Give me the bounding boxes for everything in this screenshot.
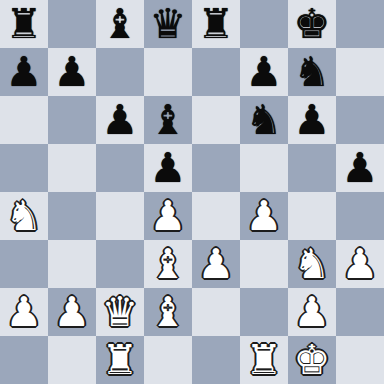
square-d4[interactable]: ♟: [144, 192, 192, 240]
square-a7[interactable]: ♟: [0, 48, 48, 96]
piece-white-rook[interactable]: ♜: [246, 336, 283, 384]
square-e8[interactable]: ♜: [192, 0, 240, 48]
square-h8[interactable]: [336, 0, 384, 48]
piece-black-pawn[interactable]: ♟: [150, 144, 187, 192]
square-f5[interactable]: [240, 144, 288, 192]
square-b6[interactable]: [48, 96, 96, 144]
square-a4[interactable]: ♞: [0, 192, 48, 240]
square-a3[interactable]: [0, 240, 48, 288]
square-c1[interactable]: ♜: [96, 336, 144, 384]
piece-black-bishop[interactable]: ♝: [150, 96, 187, 144]
square-b7[interactable]: ♟: [48, 48, 96, 96]
square-h2[interactable]: [336, 288, 384, 336]
square-d6[interactable]: ♝: [144, 96, 192, 144]
piece-black-pawn[interactable]: ♟: [294, 96, 331, 144]
square-g7[interactable]: ♞: [288, 48, 336, 96]
piece-black-pawn[interactable]: ♟: [54, 48, 91, 96]
square-d3[interactable]: ♝: [144, 240, 192, 288]
square-f2[interactable]: [240, 288, 288, 336]
piece-black-pawn[interactable]: ♟: [246, 48, 283, 96]
piece-white-pawn[interactable]: ♟: [198, 240, 235, 288]
square-g6[interactable]: ♟: [288, 96, 336, 144]
square-a6[interactable]: [0, 96, 48, 144]
chess-board: ♜♝♛♜♚♟♟♟♞♟♝♞♟♟♟♞♟♟♝♟♞♟♟♟♛♝♟♜♜♚: [0, 0, 384, 384]
square-e5[interactable]: [192, 144, 240, 192]
square-a2[interactable]: ♟: [0, 288, 48, 336]
square-c7[interactable]: [96, 48, 144, 96]
square-e6[interactable]: [192, 96, 240, 144]
piece-white-pawn[interactable]: ♟: [342, 240, 379, 288]
square-a5[interactable]: [0, 144, 48, 192]
square-h5[interactable]: ♟: [336, 144, 384, 192]
piece-black-rook[interactable]: ♜: [198, 0, 235, 48]
square-a1[interactable]: [0, 336, 48, 384]
square-c4[interactable]: [96, 192, 144, 240]
square-g1[interactable]: ♚: [288, 336, 336, 384]
square-g2[interactable]: ♟: [288, 288, 336, 336]
square-c3[interactable]: [96, 240, 144, 288]
square-c8[interactable]: ♝: [96, 0, 144, 48]
piece-black-queen[interactable]: ♛: [150, 0, 187, 48]
piece-white-pawn[interactable]: ♟: [246, 192, 283, 240]
piece-black-knight[interactable]: ♞: [246, 96, 283, 144]
square-a8[interactable]: ♜: [0, 0, 48, 48]
piece-black-rook[interactable]: ♜: [6, 0, 43, 48]
piece-white-king[interactable]: ♚: [294, 336, 331, 384]
piece-black-pawn[interactable]: ♟: [342, 144, 379, 192]
square-g4[interactable]: [288, 192, 336, 240]
square-f8[interactable]: [240, 0, 288, 48]
piece-black-bishop[interactable]: ♝: [102, 0, 139, 48]
piece-white-knight[interactable]: ♞: [294, 240, 331, 288]
square-b4[interactable]: [48, 192, 96, 240]
square-c2[interactable]: ♛: [96, 288, 144, 336]
piece-white-knight[interactable]: ♞: [6, 192, 43, 240]
square-e3[interactable]: ♟: [192, 240, 240, 288]
piece-white-pawn[interactable]: ♟: [294, 288, 331, 336]
square-h4[interactable]: [336, 192, 384, 240]
square-b2[interactable]: ♟: [48, 288, 96, 336]
square-h1[interactable]: [336, 336, 384, 384]
square-f1[interactable]: ♜: [240, 336, 288, 384]
piece-black-pawn[interactable]: ♟: [6, 48, 43, 96]
piece-white-pawn[interactable]: ♟: [54, 288, 91, 336]
square-g3[interactable]: ♞: [288, 240, 336, 288]
piece-white-pawn[interactable]: ♟: [6, 288, 43, 336]
square-e7[interactable]: [192, 48, 240, 96]
square-d7[interactable]: [144, 48, 192, 96]
square-e4[interactable]: [192, 192, 240, 240]
square-e2[interactable]: [192, 288, 240, 336]
square-c6[interactable]: ♟: [96, 96, 144, 144]
square-b1[interactable]: [48, 336, 96, 384]
piece-black-king[interactable]: ♚: [294, 0, 331, 48]
piece-black-pawn[interactable]: ♟: [102, 96, 139, 144]
square-c5[interactable]: [96, 144, 144, 192]
square-f3[interactable]: [240, 240, 288, 288]
square-f7[interactable]: ♟: [240, 48, 288, 96]
square-d8[interactable]: ♛: [144, 0, 192, 48]
square-e1[interactable]: [192, 336, 240, 384]
square-g8[interactable]: ♚: [288, 0, 336, 48]
square-g5[interactable]: [288, 144, 336, 192]
square-h7[interactable]: [336, 48, 384, 96]
square-b5[interactable]: [48, 144, 96, 192]
piece-black-knight[interactable]: ♞: [294, 48, 331, 96]
square-h6[interactable]: [336, 96, 384, 144]
piece-white-rook[interactable]: ♜: [102, 336, 139, 384]
square-b8[interactable]: [48, 0, 96, 48]
square-d5[interactable]: ♟: [144, 144, 192, 192]
square-h3[interactable]: ♟: [336, 240, 384, 288]
square-f6[interactable]: ♞: [240, 96, 288, 144]
piece-white-bishop[interactable]: ♝: [150, 240, 187, 288]
square-d1[interactable]: [144, 336, 192, 384]
square-d2[interactable]: ♝: [144, 288, 192, 336]
piece-white-queen[interactable]: ♛: [102, 288, 139, 336]
square-b3[interactable]: [48, 240, 96, 288]
square-f4[interactable]: ♟: [240, 192, 288, 240]
piece-white-pawn[interactable]: ♟: [150, 192, 187, 240]
piece-white-bishop[interactable]: ♝: [150, 288, 187, 336]
